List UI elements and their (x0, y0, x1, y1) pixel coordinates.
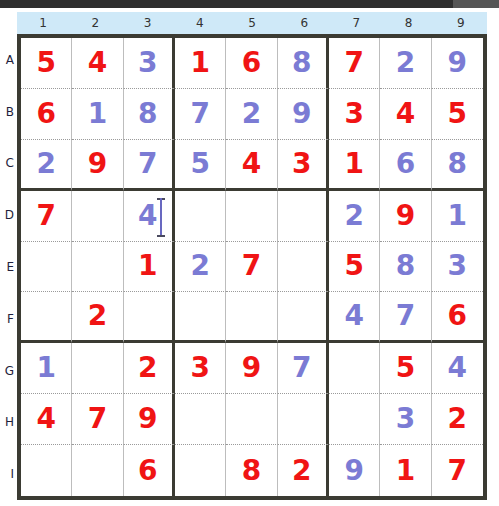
col-label-7: 7 (330, 12, 382, 34)
cell-G3[interactable]: 2 (124, 343, 175, 394)
cell-G8[interactable]: 5 (380, 343, 431, 394)
cell-H5[interactable] (226, 394, 277, 445)
cell-D9[interactable]: 1 (432, 191, 483, 242)
cell-D1[interactable]: 7 (21, 191, 72, 242)
row-label-gutter: ABCDEFGHI (0, 34, 16, 500)
digit-F7: 4 (344, 302, 363, 330)
col-label-4: 4 (174, 12, 226, 34)
window-top-bar-segment (453, 0, 499, 8)
digit-C2: 9 (88, 150, 107, 178)
digit-H8: 3 (396, 405, 415, 433)
cell-E5[interactable]: 7 (226, 242, 277, 293)
digit-B7: 3 (344, 100, 363, 128)
cell-H7[interactable] (329, 394, 380, 445)
cell-D7[interactable]: 2 (329, 191, 380, 242)
cell-F6[interactable] (278, 292, 329, 343)
digit-C3: 7 (138, 150, 157, 178)
digit-A4: 1 (190, 49, 209, 77)
digit-G3: 2 (138, 354, 157, 382)
digit-B5: 2 (242, 100, 261, 128)
cell-C5[interactable]: 4 (226, 140, 277, 191)
cell-G1[interactable]: 1 (21, 343, 72, 394)
digit-I6: 2 (292, 457, 311, 485)
cell-D2[interactable] (72, 191, 123, 242)
cell-F3[interactable] (124, 292, 175, 343)
sudoku-app-window: 123456789 ABCDEFGHI 54316872961872934529… (0, 0, 499, 506)
cell-E2[interactable] (72, 242, 123, 293)
digit-A7: 7 (344, 49, 363, 77)
digit-E7: 5 (344, 252, 363, 280)
cell-H4[interactable] (175, 394, 226, 445)
cell-E4[interactable]: 2 (175, 242, 226, 293)
cell-A6[interactable]: 8 (278, 38, 329, 89)
cell-B9[interactable]: 5 (432, 89, 483, 140)
digit-C4: 5 (190, 150, 209, 178)
row-label-H: H (0, 396, 16, 448)
row-label-I: I (0, 448, 16, 500)
digit-A1: 5 (36, 49, 55, 77)
digit-D8: 9 (396, 202, 415, 230)
digit-C5: 4 (242, 150, 261, 178)
cell-B6[interactable]: 9 (278, 89, 329, 140)
cell-B4[interactable]: 7 (175, 89, 226, 140)
cell-H8[interactable]: 3 (380, 394, 431, 445)
digit-E9: 3 (448, 252, 467, 280)
digit-H2: 7 (88, 405, 107, 433)
digit-G1: 1 (36, 354, 55, 382)
col-label-2: 2 (69, 12, 121, 34)
col-label-1: 1 (17, 12, 69, 34)
digit-B8: 4 (396, 100, 415, 128)
cell-D4[interactable] (175, 191, 226, 242)
col-label-8: 8 (383, 12, 435, 34)
cell-F7[interactable]: 4 (329, 292, 380, 343)
row-label-C: C (0, 138, 16, 190)
cell-F1[interactable] (21, 292, 72, 343)
digit-D9: 1 (448, 202, 467, 230)
cell-F9[interactable]: 6 (432, 292, 483, 343)
cell-C4[interactable]: 5 (175, 140, 226, 191)
cell-E6[interactable] (278, 242, 329, 293)
digit-B6: 9 (292, 100, 311, 128)
row-label-A: A (0, 34, 16, 86)
cell-G9[interactable]: 4 (432, 343, 483, 394)
cell-G7[interactable] (329, 343, 380, 394)
cell-I2[interactable] (72, 445, 123, 496)
digit-G4: 3 (190, 354, 209, 382)
digit-H3: 9 (138, 405, 157, 433)
digit-G5: 9 (242, 354, 261, 382)
cell-I7[interactable]: 9 (329, 445, 380, 496)
row-label-E: E (0, 241, 16, 293)
digit-I9: 7 (448, 457, 467, 485)
cell-E8[interactable]: 8 (380, 242, 431, 293)
cell-D5[interactable] (226, 191, 277, 242)
cell-B5[interactable]: 2 (226, 89, 277, 140)
cell-H2[interactable]: 7 (72, 394, 123, 445)
cell-I8[interactable]: 1 (380, 445, 431, 496)
cell-B2[interactable]: 1 (72, 89, 123, 140)
col-label-9: 9 (435, 12, 487, 34)
cell-I4[interactable] (175, 445, 226, 496)
cell-G4[interactable]: 3 (175, 343, 226, 394)
digit-B4: 7 (190, 100, 209, 128)
digit-A9: 9 (448, 49, 467, 77)
window-top-bar (0, 0, 499, 8)
row-label-B: B (0, 86, 16, 138)
digit-C9: 8 (448, 150, 467, 178)
cell-B1[interactable]: 6 (21, 89, 72, 140)
digit-A3: 3 (138, 49, 157, 77)
digit-C7: 1 (344, 150, 363, 178)
col-label-3: 3 (121, 12, 173, 34)
sudoku-board[interactable]: 5431687296187293452975431687429112758324… (17, 34, 487, 500)
cell-I1[interactable] (21, 445, 72, 496)
cell-E3[interactable]: 1 (124, 242, 175, 293)
cell-I3[interactable]: 6 (124, 445, 175, 496)
digit-C6: 3 (292, 150, 311, 178)
cell-A3[interactable]: 3 (124, 38, 175, 89)
cell-H9[interactable]: 2 (432, 394, 483, 445)
digit-A8: 2 (396, 49, 415, 77)
digit-B3: 8 (138, 100, 157, 128)
cell-F5[interactable] (226, 292, 277, 343)
cell-A4[interactable]: 1 (175, 38, 226, 89)
digit-E4: 2 (190, 252, 209, 280)
digit-G9: 4 (448, 354, 467, 382)
cell-H3[interactable]: 9 (124, 394, 175, 445)
cell-D3[interactable]: 4 (124, 191, 175, 242)
cell-C3[interactable]: 7 (124, 140, 175, 191)
cell-E9[interactable]: 3 (432, 242, 483, 293)
cell-C6[interactable]: 3 (278, 140, 329, 191)
cell-A2[interactable]: 4 (72, 38, 123, 89)
digit-A6: 8 (292, 49, 311, 77)
cell-F8[interactable]: 7 (380, 292, 431, 343)
row-label-F: F (0, 293, 16, 345)
row-label-D: D (0, 189, 16, 241)
digit-D7: 2 (344, 202, 363, 230)
cell-I6[interactable]: 2 (278, 445, 329, 496)
cell-D8[interactable]: 9 (380, 191, 431, 242)
cell-H1[interactable]: 4 (21, 394, 72, 445)
digit-B2: 1 (88, 100, 107, 128)
digit-G8: 5 (396, 354, 415, 382)
digit-A2: 4 (88, 49, 107, 77)
cell-E1[interactable] (21, 242, 72, 293)
digit-B1: 6 (36, 100, 55, 128)
cell-C8[interactable]: 6 (380, 140, 431, 191)
digit-B9: 5 (448, 100, 467, 128)
cell-C2[interactable]: 9 (72, 140, 123, 191)
cell-C1[interactable]: 2 (21, 140, 72, 191)
digit-I7: 9 (344, 457, 363, 485)
cell-I9[interactable]: 7 (432, 445, 483, 496)
cell-D6[interactable] (278, 191, 329, 242)
cell-A7[interactable]: 7 (329, 38, 380, 89)
digit-H9: 2 (448, 405, 467, 433)
cell-G5[interactable]: 9 (226, 343, 277, 394)
cell-A8[interactable]: 2 (380, 38, 431, 89)
row-label-G: G (0, 345, 16, 397)
digit-C8: 6 (396, 150, 415, 178)
col-label-6: 6 (278, 12, 330, 34)
cell-I5[interactable]: 8 (226, 445, 277, 496)
cell-A5[interactable]: 6 (226, 38, 277, 89)
cell-H6[interactable] (278, 394, 329, 445)
cell-C7[interactable]: 1 (329, 140, 380, 191)
digit-I5: 8 (242, 457, 261, 485)
digit-I3: 6 (138, 457, 157, 485)
digit-I8: 1 (396, 457, 415, 485)
digit-C1: 2 (36, 150, 55, 178)
cell-F2[interactable]: 2 (72, 292, 123, 343)
cell-G6[interactable]: 7 (278, 343, 329, 394)
cell-B8[interactable]: 4 (380, 89, 431, 140)
column-header-strip: 123456789 (17, 12, 487, 34)
cell-C9[interactable]: 8 (432, 140, 483, 191)
digit-E8: 8 (396, 252, 415, 280)
col-label-5: 5 (226, 12, 278, 34)
digit-D1: 7 (36, 202, 55, 230)
cell-G2[interactable] (72, 343, 123, 394)
digit-H1: 4 (36, 405, 55, 433)
cell-E7[interactable]: 5 (329, 242, 380, 293)
cell-B7[interactable]: 3 (329, 89, 380, 140)
cell-B3[interactable]: 8 (124, 89, 175, 140)
digit-E5: 7 (242, 252, 261, 280)
cell-A1[interactable]: 5 (21, 38, 72, 89)
cell-F4[interactable] (175, 292, 226, 343)
digit-E3: 1 (138, 252, 157, 280)
digit-D3: 4 (138, 202, 157, 230)
digit-F2: 2 (88, 302, 107, 330)
digit-A5: 6 (242, 49, 261, 77)
digit-G6: 7 (292, 354, 311, 382)
digit-F9: 6 (448, 302, 467, 330)
digit-F8: 7 (396, 302, 415, 330)
cell-A9[interactable]: 9 (432, 38, 483, 89)
